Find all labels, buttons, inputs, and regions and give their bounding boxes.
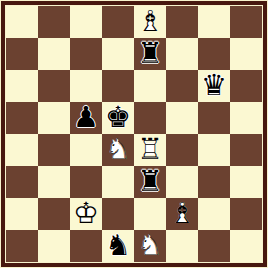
square-h3[interactable] <box>230 166 262 198</box>
white-knight-e1[interactable]: ♞♘ <box>134 230 166 262</box>
black-pawn-glyph: ♟ <box>70 102 102 134</box>
square-f8[interactable] <box>166 6 198 38</box>
square-b2[interactable] <box>38 198 70 230</box>
square-h8[interactable] <box>230 6 262 38</box>
square-c6[interactable] <box>70 70 102 102</box>
square-a4[interactable] <box>6 134 38 166</box>
square-b8[interactable] <box>38 6 70 38</box>
square-c4[interactable] <box>70 134 102 166</box>
square-b3[interactable] <box>38 166 70 198</box>
square-d7[interactable] <box>102 38 134 70</box>
black-pawn-c5[interactable]: ♟ <box>70 102 102 134</box>
square-d1[interactable]: ♞ <box>102 230 134 262</box>
white-king-c2[interactable]: ♚♔ <box>70 198 102 230</box>
square-b4[interactable] <box>38 134 70 166</box>
black-rook-e7[interactable]: ♜ <box>134 38 166 70</box>
square-d6[interactable] <box>102 70 134 102</box>
square-h5[interactable] <box>230 102 262 134</box>
square-g4[interactable] <box>198 134 230 166</box>
square-a7[interactable] <box>6 38 38 70</box>
square-d8[interactable] <box>102 6 134 38</box>
black-queen-g6[interactable]: ♛ <box>198 70 230 102</box>
square-g3[interactable] <box>198 166 230 198</box>
square-h4[interactable] <box>230 134 262 166</box>
square-e4[interactable]: ♜♖ <box>134 134 166 166</box>
square-a6[interactable] <box>6 70 38 102</box>
square-h1[interactable] <box>230 230 262 262</box>
chess-board: ♝♗♜♛♟♚♞♘♜♖♜♚♔♝♗♞♞♘ <box>6 6 262 262</box>
black-king-d5[interactable]: ♚ <box>102 102 134 134</box>
square-c5[interactable]: ♟ <box>70 102 102 134</box>
black-rook-glyph: ♜ <box>134 38 166 70</box>
square-h2[interactable] <box>230 198 262 230</box>
square-e3[interactable]: ♜ <box>134 166 166 198</box>
square-e2[interactable] <box>134 198 166 230</box>
white-rook-outline-glyph: ♖ <box>134 134 166 166</box>
white-king-outline-glyph: ♔ <box>70 198 102 230</box>
square-a5[interactable] <box>6 102 38 134</box>
square-c8[interactable] <box>70 6 102 38</box>
square-f6[interactable] <box>166 70 198 102</box>
white-bishop-outline-glyph: ♗ <box>134 6 166 38</box>
square-a1[interactable] <box>6 230 38 262</box>
white-knight-outline-glyph: ♘ <box>102 134 134 166</box>
square-b6[interactable] <box>38 70 70 102</box>
square-g6[interactable]: ♛ <box>198 70 230 102</box>
square-a8[interactable] <box>6 6 38 38</box>
square-h7[interactable] <box>230 38 262 70</box>
square-h6[interactable] <box>230 70 262 102</box>
black-rook-e3[interactable]: ♜ <box>134 166 166 198</box>
square-g8[interactable] <box>198 6 230 38</box>
board-frame: ♝♗♜♛♟♚♞♘♜♖♜♚♔♝♗♞♞♘ <box>0 0 268 268</box>
square-e6[interactable] <box>134 70 166 102</box>
square-b1[interactable] <box>38 230 70 262</box>
square-e8[interactable]: ♝♗ <box>134 6 166 38</box>
square-f2[interactable]: ♝♗ <box>166 198 198 230</box>
white-knight-outline-glyph: ♘ <box>134 230 166 262</box>
board-border: ♝♗♜♛♟♚♞♘♜♖♜♚♔♝♗♞♞♘ <box>5 5 263 263</box>
square-b7[interactable] <box>38 38 70 70</box>
black-rook-glyph: ♜ <box>134 166 166 198</box>
square-c3[interactable] <box>70 166 102 198</box>
square-d5[interactable]: ♚ <box>102 102 134 134</box>
square-g2[interactable] <box>198 198 230 230</box>
square-g7[interactable] <box>198 38 230 70</box>
square-c2[interactable]: ♚♔ <box>70 198 102 230</box>
white-bishop-e8[interactable]: ♝♗ <box>134 6 166 38</box>
black-knight-d1[interactable]: ♞ <box>102 230 134 262</box>
square-d4[interactable]: ♞♘ <box>102 134 134 166</box>
square-e1[interactable]: ♞♘ <box>134 230 166 262</box>
square-c1[interactable] <box>70 230 102 262</box>
square-f5[interactable] <box>166 102 198 134</box>
square-f3[interactable] <box>166 166 198 198</box>
square-d3[interactable] <box>102 166 134 198</box>
white-bishop-f2[interactable]: ♝♗ <box>166 198 198 230</box>
square-f7[interactable] <box>166 38 198 70</box>
white-bishop-outline-glyph: ♗ <box>166 198 198 230</box>
black-queen-glyph: ♛ <box>198 70 230 102</box>
square-f4[interactable] <box>166 134 198 166</box>
black-knight-glyph: ♞ <box>102 230 134 262</box>
square-a2[interactable] <box>6 198 38 230</box>
square-d2[interactable] <box>102 198 134 230</box>
white-knight-d4[interactable]: ♞♘ <box>102 134 134 166</box>
white-rook-e4[interactable]: ♜♖ <box>134 134 166 166</box>
square-b5[interactable] <box>38 102 70 134</box>
square-g5[interactable] <box>198 102 230 134</box>
black-king-glyph: ♚ <box>102 102 134 134</box>
square-a3[interactable] <box>6 166 38 198</box>
square-e5[interactable] <box>134 102 166 134</box>
square-g1[interactable] <box>198 230 230 262</box>
square-e7[interactable]: ♜ <box>134 38 166 70</box>
square-f1[interactable] <box>166 230 198 262</box>
square-c7[interactable] <box>70 38 102 70</box>
